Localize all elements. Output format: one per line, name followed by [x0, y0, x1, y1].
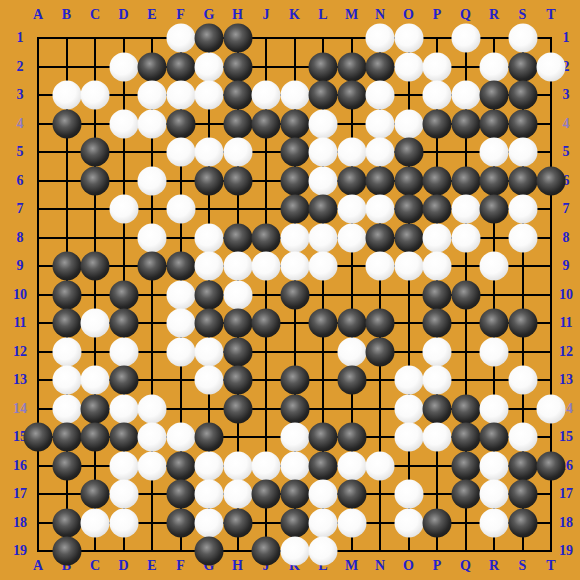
stone-white	[280, 223, 309, 252]
stone-black	[480, 166, 509, 195]
stone-white	[309, 537, 338, 566]
stone-black	[480, 109, 509, 138]
stone-black	[223, 166, 252, 195]
stone-black	[81, 166, 110, 195]
col-label-top: P	[433, 7, 442, 23]
col-label-bottom: C	[90, 558, 100, 574]
row-label-right: 13	[559, 372, 573, 388]
stone-black	[508, 508, 537, 537]
row-label-left: 8	[17, 230, 24, 246]
stone-white	[451, 223, 480, 252]
stone-white	[166, 280, 195, 309]
stone-white	[195, 451, 224, 480]
stone-white	[537, 52, 566, 81]
stone-black	[280, 166, 309, 195]
stone-white	[366, 81, 395, 110]
row-label-right: 15	[559, 429, 573, 445]
stone-white	[423, 223, 452, 252]
row-label-left: 6	[17, 173, 24, 189]
stone-black	[508, 109, 537, 138]
stone-white	[109, 480, 138, 509]
stone-white	[52, 394, 81, 423]
stone-white	[366, 451, 395, 480]
stone-white	[166, 337, 195, 366]
col-label-top: B	[62, 7, 71, 23]
col-label-top: N	[375, 7, 385, 23]
stone-black	[309, 195, 338, 224]
row-label-left: 13	[13, 372, 27, 388]
col-label-top: L	[318, 7, 327, 23]
stone-black	[109, 309, 138, 338]
stone-white	[366, 252, 395, 281]
stone-black	[423, 195, 452, 224]
stone-white	[337, 451, 366, 480]
stone-white	[508, 24, 537, 53]
stone-white	[394, 252, 423, 281]
stone-black	[223, 52, 252, 81]
stone-white	[195, 81, 224, 110]
stone-white	[138, 394, 167, 423]
stone-white	[109, 109, 138, 138]
row-label-left: 3	[17, 87, 24, 103]
stone-black	[309, 81, 338, 110]
stone-white	[81, 81, 110, 110]
col-label-top: T	[546, 7, 555, 23]
stone-black	[423, 280, 452, 309]
stone-black	[366, 223, 395, 252]
stone-black	[81, 423, 110, 452]
row-label-left: 7	[17, 201, 24, 217]
stone-black	[366, 166, 395, 195]
col-label-bottom: H	[232, 558, 243, 574]
stone-white	[480, 394, 509, 423]
stone-black	[451, 394, 480, 423]
stone-white	[309, 252, 338, 281]
stone-white	[508, 366, 537, 395]
stone-white	[195, 252, 224, 281]
row-label-right: 4	[563, 116, 570, 132]
stone-white	[423, 81, 452, 110]
stone-white	[423, 252, 452, 281]
stone-black	[166, 480, 195, 509]
stone-black	[480, 309, 509, 338]
stone-black	[423, 394, 452, 423]
stone-black	[309, 309, 338, 338]
stone-white	[451, 195, 480, 224]
row-label-right: 12	[559, 344, 573, 360]
row-label-left: 14	[13, 401, 27, 417]
stone-black	[223, 109, 252, 138]
col-label-bottom: F	[176, 558, 185, 574]
stone-black	[480, 81, 509, 110]
stone-white	[223, 280, 252, 309]
stone-white	[480, 337, 509, 366]
stone-black	[366, 337, 395, 366]
stone-black	[166, 252, 195, 281]
stone-black	[166, 508, 195, 537]
col-label-top: J	[263, 7, 270, 23]
stone-white	[508, 195, 537, 224]
stone-white	[480, 480, 509, 509]
stone-white	[109, 195, 138, 224]
stone-white	[195, 337, 224, 366]
stone-black	[394, 195, 423, 224]
stone-white	[138, 109, 167, 138]
row-label-left: 9	[17, 258, 24, 274]
stone-black	[252, 309, 281, 338]
stone-white	[508, 223, 537, 252]
stone-black	[394, 223, 423, 252]
stone-black	[337, 480, 366, 509]
stone-white	[394, 508, 423, 537]
stone-white	[366, 109, 395, 138]
stone-black	[280, 280, 309, 309]
stone-white	[81, 508, 110, 537]
stone-white	[280, 537, 309, 566]
stone-white	[423, 52, 452, 81]
row-label-right: 3	[563, 87, 570, 103]
stone-white	[366, 138, 395, 167]
stone-white	[223, 451, 252, 480]
stone-white	[309, 109, 338, 138]
stone-white	[423, 423, 452, 452]
stone-black	[280, 394, 309, 423]
stone-black	[451, 423, 480, 452]
stone-black	[195, 166, 224, 195]
stone-black	[337, 309, 366, 338]
stone-black	[394, 166, 423, 195]
stone-black	[309, 423, 338, 452]
row-label-right: 10	[559, 287, 573, 303]
stone-black	[195, 537, 224, 566]
stone-black	[508, 52, 537, 81]
stone-white	[480, 252, 509, 281]
stone-black	[195, 24, 224, 53]
stone-black	[366, 52, 395, 81]
stone-white	[223, 480, 252, 509]
stone-white	[138, 81, 167, 110]
row-label-left: 17	[13, 486, 27, 502]
col-label-top: E	[147, 7, 156, 23]
stone-white	[223, 138, 252, 167]
stone-white	[195, 508, 224, 537]
row-label-right: 9	[563, 258, 570, 274]
stone-black	[423, 309, 452, 338]
stone-white	[138, 166, 167, 195]
stone-white	[138, 223, 167, 252]
col-label-bottom: E	[147, 558, 156, 574]
stone-white	[451, 24, 480, 53]
col-label-top: R	[489, 7, 499, 23]
row-label-left: 18	[13, 515, 27, 531]
stone-white	[109, 52, 138, 81]
stone-white	[195, 52, 224, 81]
stone-black	[252, 223, 281, 252]
stone-black	[223, 366, 252, 395]
stone-white	[280, 252, 309, 281]
stone-white	[309, 138, 338, 167]
stone-white	[394, 24, 423, 53]
stone-black	[508, 451, 537, 480]
stone-white	[166, 309, 195, 338]
stone-black	[280, 366, 309, 395]
stone-black	[52, 451, 81, 480]
stone-black	[252, 480, 281, 509]
col-label-bottom: N	[375, 558, 385, 574]
stone-black	[81, 480, 110, 509]
stone-white	[81, 366, 110, 395]
stone-black	[166, 109, 195, 138]
stone-black	[423, 508, 452, 537]
stone-white	[166, 195, 195, 224]
stone-white	[252, 451, 281, 480]
col-label-top: Q	[460, 7, 471, 23]
stone-white	[166, 423, 195, 452]
row-label-right: 19	[559, 543, 573, 559]
col-label-top: M	[345, 7, 358, 23]
stone-white	[394, 366, 423, 395]
stone-white	[109, 508, 138, 537]
stone-black	[52, 423, 81, 452]
stone-black	[280, 195, 309, 224]
row-label-left: 16	[13, 458, 27, 474]
stone-black	[337, 166, 366, 195]
stone-black	[223, 24, 252, 53]
stone-black	[52, 537, 81, 566]
stone-black	[480, 423, 509, 452]
stone-black	[109, 423, 138, 452]
row-label-left: 2	[17, 59, 24, 75]
stone-white	[366, 195, 395, 224]
stone-black	[252, 537, 281, 566]
row-label-right: 11	[559, 315, 572, 331]
stone-white	[423, 337, 452, 366]
stone-black	[52, 280, 81, 309]
stone-black	[451, 280, 480, 309]
stone-white	[394, 480, 423, 509]
stone-black	[195, 309, 224, 338]
stone-white	[537, 394, 566, 423]
stone-white	[309, 480, 338, 509]
stone-black	[280, 508, 309, 537]
stone-black	[195, 423, 224, 452]
stone-black	[508, 81, 537, 110]
stone-white	[280, 451, 309, 480]
stone-black	[309, 52, 338, 81]
col-label-top: H	[232, 7, 243, 23]
stone-black	[81, 394, 110, 423]
go-board[interactable]: AABBCCDDEEFFGGHHJJKKLLMMNNOOPPQQRRSSTT11…	[0, 0, 580, 580]
stone-white	[195, 480, 224, 509]
stone-white	[337, 508, 366, 537]
col-label-bottom: T	[546, 558, 555, 574]
stone-black	[337, 423, 366, 452]
row-label-left: 4	[17, 116, 24, 132]
col-label-bottom: S	[519, 558, 527, 574]
stone-white	[309, 508, 338, 537]
stone-black	[195, 280, 224, 309]
stone-black	[508, 480, 537, 509]
stone-white	[109, 394, 138, 423]
row-label-right: 8	[563, 230, 570, 246]
stone-black	[223, 223, 252, 252]
stone-white	[166, 138, 195, 167]
row-label-right: 1	[563, 30, 570, 46]
stone-black	[24, 423, 53, 452]
stone-white	[109, 337, 138, 366]
stone-white	[52, 366, 81, 395]
stone-white	[195, 223, 224, 252]
stone-black	[337, 52, 366, 81]
stone-white	[52, 337, 81, 366]
stone-white	[337, 337, 366, 366]
row-label-left: 5	[17, 144, 24, 160]
col-label-bottom: Q	[460, 558, 471, 574]
stone-white	[252, 81, 281, 110]
stone-black	[223, 81, 252, 110]
stone-black	[451, 166, 480, 195]
stone-white	[480, 138, 509, 167]
stone-white	[195, 366, 224, 395]
stone-black	[52, 252, 81, 281]
row-label-left: 12	[13, 344, 27, 360]
stone-black	[166, 451, 195, 480]
row-label-left: 19	[13, 543, 27, 559]
stone-white	[52, 81, 81, 110]
stone-black	[537, 451, 566, 480]
col-label-top: G	[204, 7, 215, 23]
stone-black	[337, 366, 366, 395]
col-label-bottom: M	[345, 558, 358, 574]
stone-white	[394, 394, 423, 423]
stone-white	[394, 423, 423, 452]
col-label-top: C	[90, 7, 100, 23]
stone-black	[166, 52, 195, 81]
stone-white	[337, 138, 366, 167]
stone-white	[337, 195, 366, 224]
stone-white	[451, 81, 480, 110]
row-label-right: 5	[563, 144, 570, 160]
stone-black	[223, 337, 252, 366]
stone-white	[195, 138, 224, 167]
col-label-top: A	[33, 7, 43, 23]
stone-white	[109, 451, 138, 480]
stone-white	[223, 252, 252, 281]
stone-white	[337, 223, 366, 252]
stone-black	[423, 109, 452, 138]
stone-white	[81, 309, 110, 338]
stone-black	[337, 81, 366, 110]
stone-black	[280, 109, 309, 138]
stone-black	[109, 366, 138, 395]
stone-white	[508, 423, 537, 452]
stone-white	[394, 52, 423, 81]
stone-white	[480, 451, 509, 480]
stone-black	[508, 309, 537, 338]
col-label-bottom: R	[489, 558, 499, 574]
stone-black	[81, 138, 110, 167]
col-label-top: D	[118, 7, 128, 23]
stone-white	[508, 138, 537, 167]
stone-black	[309, 451, 338, 480]
col-label-bottom: D	[118, 558, 128, 574]
stone-black	[81, 252, 110, 281]
stone-black	[52, 508, 81, 537]
row-label-right: 7	[563, 201, 570, 217]
stone-black	[480, 195, 509, 224]
col-label-top: S	[519, 7, 527, 23]
col-label-top: K	[289, 7, 300, 23]
col-label-bottom: P	[433, 558, 442, 574]
row-label-right: 17	[559, 486, 573, 502]
stone-white	[423, 366, 452, 395]
stone-black	[451, 451, 480, 480]
stone-white	[366, 24, 395, 53]
stone-black	[138, 52, 167, 81]
stone-black	[223, 309, 252, 338]
stone-black	[280, 138, 309, 167]
stone-white	[309, 223, 338, 252]
stone-white	[480, 52, 509, 81]
stone-black	[537, 166, 566, 195]
row-label-left: 11	[13, 315, 26, 331]
stone-white	[394, 109, 423, 138]
row-label-right: 18	[559, 515, 573, 531]
stone-white	[480, 508, 509, 537]
stone-black	[280, 480, 309, 509]
stone-white	[252, 252, 281, 281]
row-label-left: 1	[17, 30, 24, 46]
stone-black	[451, 109, 480, 138]
stone-black	[423, 166, 452, 195]
stone-white	[166, 24, 195, 53]
col-label-bottom: A	[33, 558, 43, 574]
stone-black	[394, 138, 423, 167]
stone-black	[366, 309, 395, 338]
stone-black	[52, 109, 81, 138]
stone-white	[280, 81, 309, 110]
col-label-top: F	[176, 7, 185, 23]
col-label-top: O	[403, 7, 414, 23]
stone-black	[252, 109, 281, 138]
stone-white	[138, 423, 167, 452]
stone-white	[309, 166, 338, 195]
stone-white	[280, 423, 309, 452]
stone-black	[223, 394, 252, 423]
row-label-left: 10	[13, 287, 27, 303]
stone-black	[109, 280, 138, 309]
stone-white	[138, 451, 167, 480]
stone-black	[52, 309, 81, 338]
stone-black	[223, 508, 252, 537]
stone-white	[166, 81, 195, 110]
stone-black	[508, 166, 537, 195]
stone-black	[138, 252, 167, 281]
col-label-bottom: O	[403, 558, 414, 574]
stone-black	[451, 480, 480, 509]
